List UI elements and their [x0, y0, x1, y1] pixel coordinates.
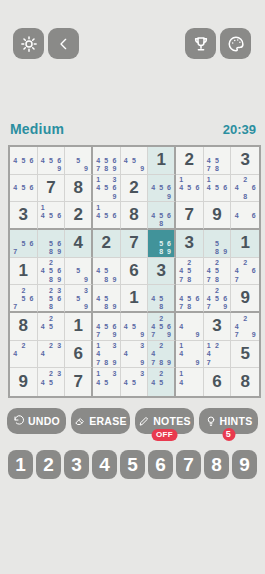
cell-r5c1[interactable]: 1 — [10, 258, 38, 286]
cell-r5c9[interactable]: 2467 — [231, 258, 259, 286]
cell-r6c9[interactable]: 9 — [231, 285, 259, 313]
numpad-button-8[interactable]: 8 — [204, 450, 229, 479]
cell-notes: 49 — [176, 313, 203, 340]
info-row: Medium 20:39 — [10, 121, 256, 137]
cell-r6c3[interactable]: 359 — [65, 285, 93, 313]
cell-notes: 4569 — [38, 147, 65, 174]
cell-value: 8 — [19, 316, 28, 336]
notes-button[interactable]: NOTES OFF — [135, 408, 194, 434]
cell-notes: 59 — [65, 258, 91, 285]
cell-r9c5[interactable]: 345 — [121, 368, 149, 396]
cell-value: 9 — [240, 288, 249, 308]
cell-value: 7 — [73, 372, 82, 392]
cell-r6c1[interactable]: 2567 — [10, 285, 38, 313]
cell-notes: 456 — [10, 175, 37, 202]
cell-r7c1[interactable]: 8 — [10, 313, 38, 341]
cell-r7c4[interactable]: 45679 — [93, 313, 121, 341]
lightbulb-icon — [205, 415, 217, 427]
numpad-button-5[interactable]: 5 — [120, 450, 145, 479]
cell-value: 7 — [129, 233, 138, 253]
cell-notes: 349 — [121, 341, 148, 368]
cell-r3c8[interactable]: 9 — [204, 202, 232, 230]
cell-notes: 2567 — [10, 285, 37, 311]
numpad-button-2[interactable]: 2 — [36, 450, 61, 479]
cell-r4c3[interactable]: 4 — [65, 230, 93, 258]
cell-value: 7 — [46, 178, 55, 198]
back-button[interactable] — [48, 28, 79, 59]
cell-notes: 4589 — [93, 258, 120, 285]
cell-r8c1[interactable]: 24 — [10, 341, 38, 369]
cell-notes: 2479 — [231, 313, 259, 340]
cell-notes: 1456 — [93, 202, 120, 228]
number-pad: 123456789 — [8, 450, 257, 479]
cell-notes: 567 — [10, 230, 37, 257]
cell-r2c5[interactable]: 2 — [121, 175, 149, 203]
cell-r1c2[interactable]: 4569 — [38, 147, 66, 175]
cell-r8c3[interactable]: 6 — [65, 341, 93, 369]
cell-r1c8[interactable]: 4578 — [204, 147, 232, 175]
cell-r2c8[interactable]: 1456 — [204, 175, 232, 203]
difficulty-label: Medium — [10, 121, 64, 137]
cell-notes: 234 — [38, 341, 65, 368]
cell-r5c2[interactable]: 245689 — [38, 258, 66, 286]
cell-notes: 59 — [65, 147, 91, 174]
cell-r5c4[interactable]: 4589 — [93, 258, 121, 286]
cell-notes: 245689 — [38, 258, 65, 285]
cell-r2c3[interactable]: 8 — [65, 175, 93, 203]
cell-r1c9[interactable]: 3 — [231, 147, 259, 175]
cell-r4c2[interactable]: 5689 — [38, 230, 66, 258]
cell-r9c4[interactable]: 1345 — [93, 368, 121, 396]
cell-value: 4 — [73, 233, 82, 253]
cell-r7c8[interactable]: 3 — [204, 313, 232, 341]
cell-notes: 245679 — [204, 285, 231, 311]
cell-r2c1[interactable]: 456 — [10, 175, 38, 203]
cell-r9c8[interactable]: 6 — [204, 368, 232, 396]
cell-notes: 5689 — [38, 230, 65, 257]
top-bar-left — [13, 28, 79, 59]
cell-notes: 456789 — [93, 147, 120, 174]
cell-r6c5[interactable]: 1 — [121, 285, 149, 313]
cell-value: 9 — [19, 372, 28, 392]
cell-value: 5 — [240, 344, 249, 364]
cell-r8c5[interactable]: 349 — [121, 341, 149, 369]
cell-r4c6[interactable]: 5689 — [148, 230, 176, 258]
hints-label: HINTS — [220, 415, 253, 427]
undo-button[interactable]: UNDO — [7, 408, 66, 434]
gear-icon — [20, 35, 38, 53]
cell-r9c1[interactable]: 9 — [10, 368, 38, 396]
cell-r2c6[interactable]: 4569 — [148, 175, 176, 203]
cell-notes: 1247 — [204, 341, 231, 368]
cell-notes: 458 — [148, 285, 174, 311]
cell-r3c6[interactable]: 4568 — [148, 202, 176, 230]
cell-r3c1[interactable]: 3 — [10, 202, 38, 230]
cell-r7c9[interactable]: 2479 — [231, 313, 259, 341]
cell-r6c4[interactable]: 4589 — [93, 285, 121, 313]
numpad-button-6[interactable]: 6 — [148, 450, 173, 479]
cell-notes: 134569 — [93, 175, 120, 202]
cell-r3c3[interactable]: 2 — [65, 202, 93, 230]
cell-value: 2 — [73, 205, 82, 225]
hints-button[interactable]: HINTS 5 — [199, 408, 258, 434]
cell-r5c3[interactable]: 59 — [65, 258, 93, 286]
notes-off-badge: OFF — [151, 429, 178, 441]
cell-value: 1 — [19, 261, 28, 281]
cell-r4c7[interactable]: 3 — [176, 230, 204, 258]
cell-r3c5[interactable]: 8 — [121, 202, 149, 230]
cell-notes: 359 — [65, 285, 91, 311]
sudoku-app-screen: Medium 20:39 456456959456789459124578345… — [0, 0, 265, 574]
cell-notes: 14 — [176, 368, 203, 396]
cell-r5c5[interactable]: 6 — [121, 258, 149, 286]
cell-value: 6 — [212, 372, 221, 392]
cell-r7c7[interactable]: 49 — [176, 313, 204, 341]
undo-icon — [13, 415, 25, 427]
sudoku-grid: 4564569594567894591245783456781345692456… — [8, 145, 261, 398]
cell-notes: 456 — [10, 147, 37, 174]
trophy-button[interactable] — [185, 28, 216, 59]
cell-r2c2[interactable]: 7 — [38, 175, 66, 203]
cell-value: 8 — [129, 205, 138, 225]
cell-r1c5[interactable]: 459 — [121, 147, 149, 175]
cell-notes: 24578 — [204, 258, 231, 285]
cell-notes: 589 — [204, 230, 231, 257]
cell-value: 1 — [129, 288, 138, 308]
cell-r6c8[interactable]: 245679 — [204, 285, 232, 313]
cell-notes: 4568 — [148, 202, 174, 228]
cell-value: 1 — [156, 150, 165, 170]
cell-r9c9[interactable]: 8 — [231, 368, 259, 396]
numpad-button-4[interactable]: 4 — [92, 450, 117, 479]
cell-value: 2 — [102, 233, 111, 253]
cell-notes: 1456 — [204, 175, 231, 202]
cell-notes: 1456 — [176, 175, 203, 202]
cell-r1c7[interactable]: 2 — [176, 147, 204, 175]
cell-notes: 459 — [121, 313, 148, 340]
cell-notes: 2345 — [38, 368, 65, 396]
cell-r2c7[interactable]: 1456 — [176, 175, 204, 203]
cell-r6c6[interactable]: 458 — [148, 285, 176, 313]
cell-r3c2[interactable]: 1456 — [38, 202, 66, 230]
cell-value: 8 — [73, 178, 82, 198]
cell-r7c3[interactable]: 1 — [65, 313, 93, 341]
cell-r9c6[interactable]: 245 — [148, 368, 176, 396]
cell-notes: 459 — [121, 147, 148, 174]
cell-value: 9 — [212, 205, 221, 225]
cell-notes: 5689 — [148, 230, 174, 257]
pencil-icon — [138, 415, 150, 427]
cell-r3c9[interactable]: 46 — [231, 202, 259, 230]
cell-notes: 2468 — [231, 175, 259, 202]
cell-value: 3 — [212, 316, 221, 336]
cell-notes: 24789 — [148, 341, 174, 368]
cell-notes: 24578 — [176, 258, 203, 285]
cell-r8c7[interactable]: 149 — [176, 341, 204, 369]
cell-r8c8[interactable]: 1247 — [204, 341, 232, 369]
chevron-left-icon — [56, 36, 72, 52]
cell-r4c5[interactable]: 7 — [121, 230, 149, 258]
cell-r7c5[interactable]: 459 — [121, 313, 149, 341]
cell-r1c3[interactable]: 59 — [65, 147, 93, 175]
eraser-icon — [74, 415, 86, 427]
cell-r4c8[interactable]: 589 — [204, 230, 232, 258]
cell-r7c6[interactable]: 245679 — [148, 313, 176, 341]
notes-label: NOTES — [153, 415, 191, 427]
settings-button[interactable] — [13, 28, 44, 59]
cell-r8c9[interactable]: 5 — [231, 341, 259, 369]
cell-r5c6[interactable]: 3 — [148, 258, 176, 286]
cell-notes: 24 — [10, 341, 37, 368]
cell-r3c7[interactable]: 7 — [176, 202, 204, 230]
cell-value: 3 — [240, 150, 249, 170]
cell-value: 6 — [129, 261, 138, 281]
undo-label: UNDO — [28, 415, 60, 427]
numpad-button-3[interactable]: 3 — [64, 450, 89, 479]
cell-r8c4[interactable]: 134789 — [93, 341, 121, 369]
cell-notes: 134789 — [93, 341, 120, 368]
erase-button[interactable]: ERASE — [71, 408, 130, 434]
cell-notes: 149 — [176, 341, 203, 368]
cell-r1c6[interactable]: 1 — [148, 147, 176, 175]
cell-value: 6 — [73, 344, 82, 364]
cell-value: 2 — [185, 150, 194, 170]
cell-notes: 345 — [121, 368, 148, 396]
cell-r6c7[interactable]: 45678 — [176, 285, 204, 313]
timer: 20:39 — [223, 122, 256, 137]
cell-r8c2[interactable]: 234 — [38, 341, 66, 369]
cell-r1c1[interactable]: 456 — [10, 147, 38, 175]
cell-value: 2 — [129, 178, 138, 198]
cell-notes: 245679 — [148, 313, 174, 340]
cell-r5c8[interactable]: 24578 — [204, 258, 232, 286]
cell-r7c2[interactable]: 245 — [38, 313, 66, 341]
cell-value: 1 — [240, 233, 249, 253]
top-bar — [13, 28, 251, 59]
cell-notes: 4589 — [93, 285, 120, 311]
cell-r5c7[interactable]: 24578 — [176, 258, 204, 286]
cell-r9c3[interactable]: 7 — [65, 368, 93, 396]
numpad-button-9[interactable]: 9 — [232, 450, 257, 479]
cell-notes: 46 — [231, 202, 259, 228]
cell-r9c7[interactable]: 14 — [176, 368, 204, 396]
cell-value: 7 — [185, 205, 194, 225]
cell-notes: 245 — [148, 368, 174, 396]
cell-value: 3 — [156, 261, 165, 281]
hints-count-badge: 5 — [222, 428, 235, 441]
cell-notes: 45679 — [93, 313, 120, 340]
cell-r4c9[interactable]: 1 — [231, 230, 259, 258]
cell-r8c6[interactable]: 24789 — [148, 341, 176, 369]
cell-r3c4[interactable]: 1456 — [93, 202, 121, 230]
cell-r6c2[interactable]: 23568 — [38, 285, 66, 313]
cell-r2c9[interactable]: 2468 — [231, 175, 259, 203]
cell-notes: 1456 — [38, 202, 65, 228]
cell-value: 1 — [73, 316, 82, 336]
numpad-button-1[interactable]: 1 — [8, 450, 33, 479]
cell-r4c1[interactable]: 567 — [10, 230, 38, 258]
cell-value: 8 — [240, 372, 249, 392]
palette-icon — [227, 35, 245, 53]
cell-value: 3 — [19, 205, 28, 225]
erase-label: ERASE — [89, 415, 127, 427]
cell-notes: 1345 — [93, 368, 120, 396]
cell-notes: 2467 — [231, 258, 259, 285]
cell-notes: 45678 — [176, 285, 203, 311]
cell-notes: 4569 — [148, 175, 174, 202]
trophy-icon — [192, 35, 210, 53]
cell-r4c4[interactable]: 2 — [93, 230, 121, 258]
cell-r2c4[interactable]: 134569 — [93, 175, 121, 203]
numpad-button-7[interactable]: 7 — [176, 450, 201, 479]
cell-r1c4[interactable]: 456789 — [93, 147, 121, 175]
theme-palette-button[interactable] — [220, 28, 251, 59]
cell-notes: 245 — [38, 313, 65, 340]
top-bar-right — [185, 28, 251, 59]
action-toolbar: UNDO ERASE NOTES OFF HINTS 5 — [7, 408, 258, 434]
cell-notes: 23568 — [38, 285, 65, 311]
cell-notes: 4578 — [204, 147, 231, 174]
cell-value: 3 — [185, 233, 194, 253]
cell-r9c2[interactable]: 2345 — [38, 368, 66, 396]
